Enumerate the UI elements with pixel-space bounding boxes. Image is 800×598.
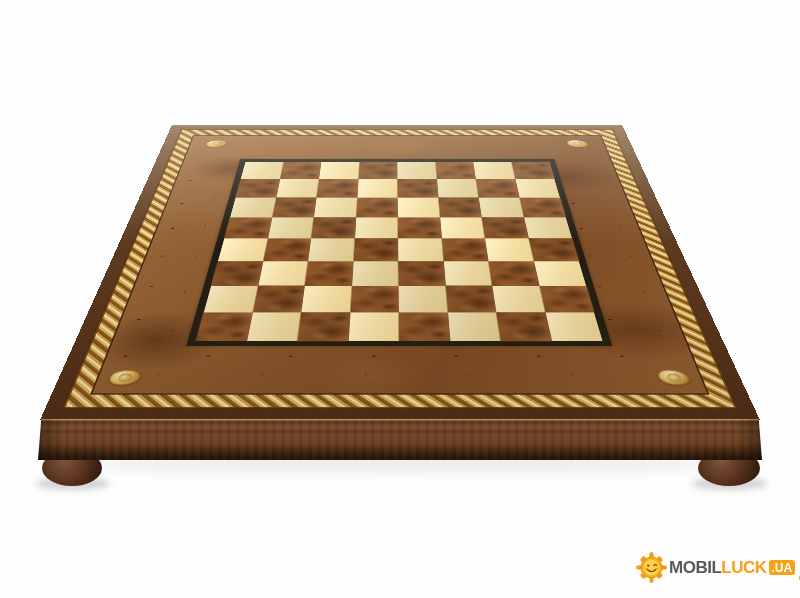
square-b8 — [280, 162, 322, 179]
square-g3 — [489, 261, 540, 286]
square-d6 — [356, 198, 398, 218]
square-f3 — [443, 261, 492, 286]
square-e4 — [398, 238, 443, 261]
square-a2 — [204, 286, 258, 313]
square-g6 — [479, 198, 524, 218]
watermark-ua-badge: .UA — [769, 560, 796, 575]
playing-area-frame — [186, 159, 612, 346]
square-h5 — [524, 217, 572, 238]
square-f4 — [442, 238, 489, 261]
square-a1 — [196, 312, 253, 341]
board-scene — [0, 0, 800, 598]
square-f6 — [438, 198, 482, 218]
square-b5 — [268, 217, 314, 238]
square-b2 — [253, 286, 305, 313]
square-f7 — [437, 179, 479, 197]
square-d8 — [358, 162, 397, 179]
square-h6 — [519, 198, 565, 218]
paintbrush-icon — [796, 552, 800, 582]
square-a8 — [241, 162, 284, 179]
square-e5 — [398, 217, 442, 238]
square-h1 — [545, 312, 602, 341]
square-e2 — [399, 286, 448, 313]
square-d4 — [353, 238, 398, 261]
square-d1 — [348, 312, 399, 341]
square-b7 — [276, 179, 319, 197]
square-g1 — [496, 312, 551, 341]
square-f1 — [448, 312, 501, 341]
square-f2 — [445, 286, 496, 313]
corner-ornament-bottom-right-icon — [658, 369, 690, 387]
product-photo: MOBIL LUCK .UA — [0, 0, 800, 598]
square-c5 — [311, 217, 356, 238]
square-g4 — [485, 238, 534, 261]
square-h2 — [539, 286, 594, 313]
square-e7 — [398, 179, 439, 197]
square-c4 — [308, 238, 355, 261]
square-e8 — [397, 162, 436, 179]
square-g8 — [473, 162, 515, 179]
square-b6 — [272, 198, 317, 218]
square-e6 — [398, 198, 440, 218]
square-f5 — [440, 217, 485, 238]
site-watermark: MOBIL LUCK .UA — [636, 550, 800, 584]
square-a3 — [211, 261, 263, 286]
square-a6 — [230, 198, 276, 218]
square-g2 — [492, 286, 545, 313]
square-g7 — [476, 179, 519, 197]
corner-ornament-top-right-icon — [566, 139, 588, 148]
square-c2 — [301, 286, 351, 313]
board-outer-walnut-frame — [40, 125, 760, 420]
square-e1 — [399, 312, 450, 341]
square-b1 — [247, 312, 302, 341]
square-g5 — [482, 217, 529, 238]
square-c8 — [319, 162, 359, 179]
square-c1 — [298, 312, 351, 341]
playing-area-grid — [196, 162, 603, 341]
sun-logo-icon — [636, 552, 667, 583]
square-h4 — [529, 238, 579, 261]
square-a4 — [218, 238, 268, 261]
square-c3 — [305, 261, 353, 286]
square-f8 — [435, 162, 476, 179]
square-h3 — [534, 261, 586, 286]
square-d2 — [350, 286, 399, 313]
square-b3 — [258, 261, 308, 286]
watermark-brand-suffix: LUCK — [721, 559, 766, 576]
board-front-molding — [38, 419, 762, 460]
corner-ornament-top-left-icon — [206, 139, 229, 148]
square-d7 — [357, 179, 398, 197]
square-d3 — [352, 261, 399, 286]
square-h7 — [515, 179, 560, 197]
board-burl-border — [90, 135, 709, 394]
watermark-brand-prefix: MOBIL — [669, 559, 721, 576]
square-a5 — [224, 217, 272, 238]
chess-board — [40, 125, 760, 420]
square-e3 — [398, 261, 445, 286]
square-d5 — [355, 217, 398, 238]
square-h8 — [511, 162, 554, 179]
square-c7 — [317, 179, 359, 197]
corner-ornament-bottom-left-icon — [109, 369, 141, 387]
square-b4 — [263, 238, 311, 261]
square-a7 — [236, 179, 280, 197]
square-c6 — [314, 198, 357, 218]
board-gold-braid-trim — [63, 130, 737, 409]
